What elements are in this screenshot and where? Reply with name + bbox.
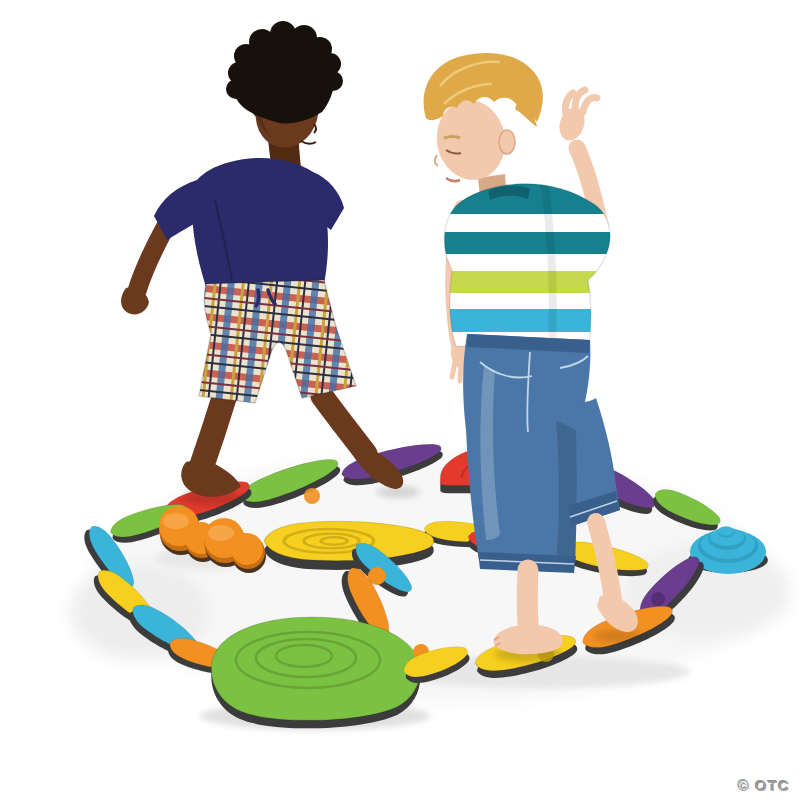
connector-dot-orange [304,488,320,504]
boy-left-arm [137,226,166,291]
foot-shadow [594,630,642,642]
boy-right-mouth [446,178,460,181]
boy-left-front-foot [181,459,241,497]
watermark: © OTC [738,777,790,794]
boy-right-striped-shirt [430,182,620,350]
boy-left-nose [314,124,316,133]
boy-left-mouth [301,141,316,144]
boy-left-front-leg [201,398,224,468]
boy-left-back-leg [322,396,366,454]
boy-left-tshirt [154,158,344,290]
boy-right-left-leg [527,570,528,624]
product-photo: © OTC [0,0,800,800]
scene-illustration [0,0,800,800]
boy-left-hair [226,21,343,124]
boy-right-ear [499,130,515,154]
path-piece-green-platform [211,617,420,728]
boy-left-plaid-shorts [199,280,356,403]
path-piece-yellow-fan [264,521,434,570]
boy-right-nose [435,155,438,166]
boy-left [121,21,420,505]
connector-dot-purple [651,592,665,606]
boy-right-brow [444,137,460,139]
